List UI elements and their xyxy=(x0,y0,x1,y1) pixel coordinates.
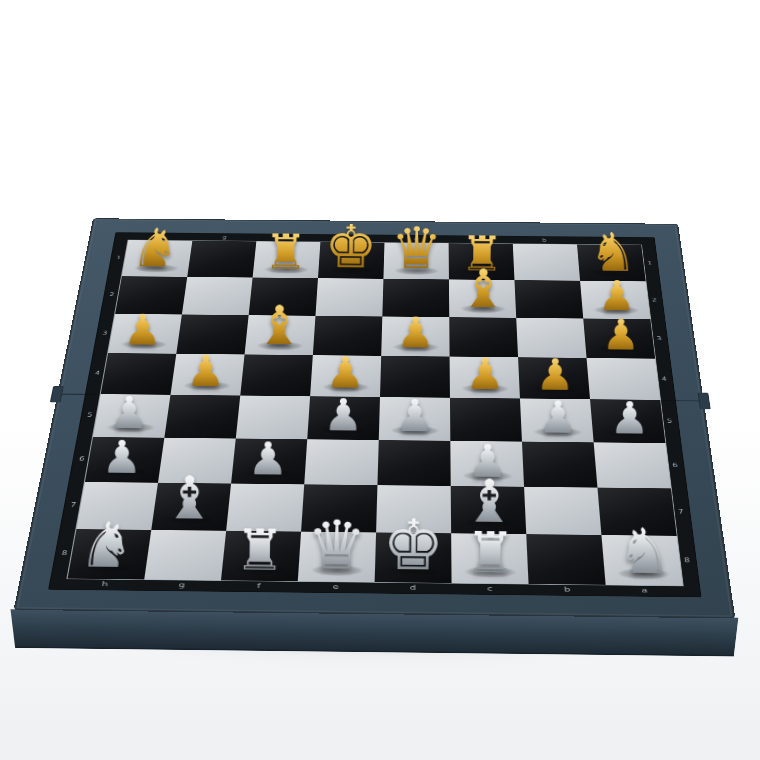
gold-rook-f1[interactable]: ♜ xyxy=(253,226,319,276)
silver-rook-anchor-c8: ♜ xyxy=(451,533,528,584)
silver-queen-anchor-e8: ♛ xyxy=(298,531,376,582)
silver-knight-anchor-h8: ♞ xyxy=(68,529,152,579)
fold-hinge-right xyxy=(661,400,703,402)
silver-pawn-b5[interactable]: ♟ xyxy=(522,394,594,441)
silver-bishop-g7[interactable]: ♝ xyxy=(151,467,226,529)
gold-bishop-anchor-c2: ♝ xyxy=(449,279,516,317)
silver-rook-anchor-f8: ♜ xyxy=(221,530,301,580)
gold-bishop-c2[interactable]: ♝ xyxy=(449,261,517,316)
gold-queen-d1[interactable]: ♛ xyxy=(383,218,449,278)
silver-pawn-h6[interactable]: ♟ xyxy=(85,433,158,481)
silver-queen-e8[interactable]: ♛ xyxy=(298,510,376,580)
gold-queen-anchor-d1: ♛ xyxy=(383,242,448,279)
gold-pawn-h3[interactable]: ♟ xyxy=(108,307,177,352)
silver-bishop-anchor-g7: ♝ xyxy=(151,482,231,530)
gold-pawn-anchor-d3: ♟ xyxy=(381,316,449,356)
silver-rook-c8[interactable]: ♜ xyxy=(452,523,530,582)
product-photo-stage: hgfedcba hgfedcba 12345678 12345678 ♞♜♚♛… xyxy=(0,0,760,760)
gold-rook-anchor-f1: ♜ xyxy=(253,241,321,278)
board-box-front-wall xyxy=(10,609,738,656)
silver-pawn-anchor-f6: ♟ xyxy=(231,438,307,484)
silver-pawn-h5[interactable]: ♟ xyxy=(93,389,165,436)
silver-king-anchor-d8: ♚ xyxy=(375,532,452,583)
silver-pawn-a5[interactable]: ♟ xyxy=(594,394,666,441)
pieces-layer: ♞♜♚♛♜♞♟♝♟♝♟♟♟♟♟♟♟♟♟♟♟♟♟♟♝♝♞♜♛♚♜♞ xyxy=(68,240,683,585)
gold-pawn-anchor-c4: ♟ xyxy=(450,356,520,398)
silver-rook-f8[interactable]: ♜ xyxy=(221,520,298,579)
silver-king-d8[interactable]: ♚ xyxy=(375,509,453,581)
gold-pawn-anchor-g4: ♟ xyxy=(170,353,244,395)
gold-king-e1[interactable]: ♚ xyxy=(318,216,384,277)
gold-knight-anchor-h1: ♞ xyxy=(122,240,192,277)
gold-pawn-d3[interactable]: ♟ xyxy=(381,310,450,355)
silver-pawn-e5[interactable]: ♟ xyxy=(307,391,379,438)
gold-king-anchor-e1: ♚ xyxy=(318,242,384,279)
gold-pawn-g4[interactable]: ♟ xyxy=(171,348,241,394)
gold-pawn-c4[interactable]: ♟ xyxy=(450,351,520,397)
gold-bishop-anchor-f3: ♝ xyxy=(245,315,316,355)
silver-pawn-d5[interactable]: ♟ xyxy=(379,392,451,439)
chess-board: hgfedcba hgfedcba 12345678 12345678 ♞♜♚♛… xyxy=(14,218,736,618)
hinge-clasp-right xyxy=(698,392,711,409)
gold-knight-h1[interactable]: ♞ xyxy=(122,220,188,276)
silver-knight-a8[interactable]: ♞ xyxy=(606,518,684,584)
gold-pawn-anchor-a3: ♟ xyxy=(583,318,655,358)
silver-pawn-anchor-d5: ♟ xyxy=(379,397,451,441)
gold-pawn-a3[interactable]: ♟ xyxy=(586,312,655,357)
silver-pawn-anchor-e5: ♟ xyxy=(307,396,380,440)
silver-knight-anchor-a8: ♞ xyxy=(601,535,682,586)
silver-pawn-anchor-b5: ♟ xyxy=(520,398,594,442)
silver-knight-h8[interactable]: ♞ xyxy=(68,512,145,578)
gold-bishop-f3[interactable]: ♝ xyxy=(245,297,314,353)
silver-pawn-f6[interactable]: ♟ xyxy=(231,435,305,483)
silver-pawn-anchor-a5: ♟ xyxy=(590,399,665,443)
